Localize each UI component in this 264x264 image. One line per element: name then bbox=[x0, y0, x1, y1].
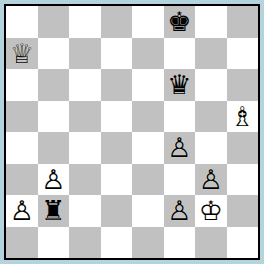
square-a5[interactable] bbox=[6, 101, 38, 133]
square-c2[interactable] bbox=[69, 195, 101, 227]
white-king[interactable]: ♔ bbox=[199, 195, 223, 227]
square-b8[interactable] bbox=[38, 6, 70, 38]
square-e1[interactable] bbox=[132, 227, 164, 259]
board-frame: ♚♕♛♗♙♙♙♙♜♙♔ bbox=[0, 0, 264, 264]
white-pawn[interactable]: ♙ bbox=[10, 195, 34, 227]
square-a2[interactable]: ♙ bbox=[6, 195, 38, 227]
square-g1[interactable] bbox=[195, 227, 227, 259]
square-h4[interactable] bbox=[227, 132, 259, 164]
square-g2[interactable]: ♔ bbox=[195, 195, 227, 227]
square-a3[interactable] bbox=[6, 164, 38, 196]
square-d7[interactable] bbox=[101, 38, 133, 70]
white-pawn[interactable]: ♙ bbox=[41, 164, 65, 196]
square-c7[interactable] bbox=[69, 38, 101, 70]
square-e6[interactable] bbox=[132, 69, 164, 101]
square-c4[interactable] bbox=[69, 132, 101, 164]
square-g4[interactable] bbox=[195, 132, 227, 164]
square-b1[interactable] bbox=[38, 227, 70, 259]
square-h6[interactable] bbox=[227, 69, 259, 101]
square-g8[interactable] bbox=[195, 6, 227, 38]
square-f1[interactable] bbox=[164, 227, 196, 259]
square-a6[interactable] bbox=[6, 69, 38, 101]
square-d2[interactable] bbox=[101, 195, 133, 227]
square-a8[interactable] bbox=[6, 6, 38, 38]
square-b4[interactable] bbox=[38, 132, 70, 164]
square-b3[interactable]: ♙ bbox=[38, 164, 70, 196]
square-f7[interactable] bbox=[164, 38, 196, 70]
square-g7[interactable] bbox=[195, 38, 227, 70]
square-e7[interactable] bbox=[132, 38, 164, 70]
square-e4[interactable] bbox=[132, 132, 164, 164]
square-b6[interactable] bbox=[38, 69, 70, 101]
square-e3[interactable] bbox=[132, 164, 164, 196]
square-e2[interactable] bbox=[132, 195, 164, 227]
square-h5[interactable]: ♗ bbox=[227, 101, 259, 133]
square-d1[interactable] bbox=[101, 227, 133, 259]
square-f6[interactable]: ♛ bbox=[164, 69, 196, 101]
square-d5[interactable] bbox=[101, 101, 133, 133]
square-h2[interactable] bbox=[227, 195, 259, 227]
black-king[interactable]: ♚ bbox=[167, 6, 191, 38]
square-b7[interactable] bbox=[38, 38, 70, 70]
square-f5[interactable] bbox=[164, 101, 196, 133]
square-d3[interactable] bbox=[101, 164, 133, 196]
square-a4[interactable] bbox=[6, 132, 38, 164]
black-queen[interactable]: ♛ bbox=[167, 69, 191, 101]
square-g5[interactable] bbox=[195, 101, 227, 133]
chess-board: ♚♕♛♗♙♙♙♙♜♙♔ bbox=[6, 6, 258, 258]
square-a1[interactable] bbox=[6, 227, 38, 259]
square-f3[interactable] bbox=[164, 164, 196, 196]
square-f8[interactable]: ♚ bbox=[164, 6, 196, 38]
white-pawn[interactable]: ♙ bbox=[199, 164, 223, 196]
square-h1[interactable] bbox=[227, 227, 259, 259]
square-f2[interactable]: ♙ bbox=[164, 195, 196, 227]
square-b5[interactable] bbox=[38, 101, 70, 133]
square-a7[interactable]: ♕ bbox=[6, 38, 38, 70]
white-pawn[interactable]: ♙ bbox=[167, 132, 191, 164]
black-rook[interactable]: ♜ bbox=[41, 195, 65, 227]
square-f4[interactable]: ♙ bbox=[164, 132, 196, 164]
white-pawn[interactable]: ♙ bbox=[167, 195, 191, 227]
square-c8[interactable] bbox=[69, 6, 101, 38]
square-b2[interactable]: ♜ bbox=[38, 195, 70, 227]
square-c5[interactable] bbox=[69, 101, 101, 133]
square-c3[interactable] bbox=[69, 164, 101, 196]
square-d8[interactable] bbox=[101, 6, 133, 38]
white-bishop[interactable]: ♗ bbox=[230, 101, 254, 133]
square-h3[interactable] bbox=[227, 164, 259, 196]
square-e8[interactable] bbox=[132, 6, 164, 38]
square-c1[interactable] bbox=[69, 227, 101, 259]
square-c6[interactable] bbox=[69, 69, 101, 101]
board-border: ♚♕♛♗♙♙♙♙♜♙♔ bbox=[4, 4, 260, 260]
square-g6[interactable] bbox=[195, 69, 227, 101]
square-e5[interactable] bbox=[132, 101, 164, 133]
square-g3[interactable]: ♙ bbox=[195, 164, 227, 196]
square-d6[interactable] bbox=[101, 69, 133, 101]
square-h7[interactable] bbox=[227, 38, 259, 70]
square-d4[interactable] bbox=[101, 132, 133, 164]
square-h8[interactable] bbox=[227, 6, 259, 38]
white-queen[interactable]: ♕ bbox=[10, 38, 34, 70]
